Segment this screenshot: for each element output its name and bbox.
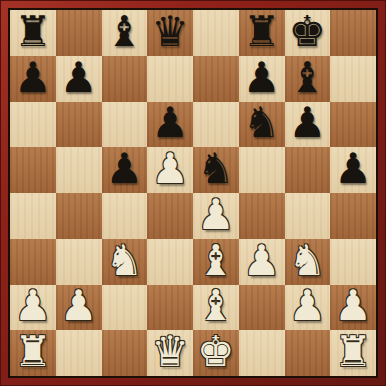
square-c2[interactable] [102,285,148,331]
square-a4[interactable] [10,193,56,239]
piece-white-pawn[interactable]: ♟ [56,285,102,331]
square-a8[interactable]: ♜ [10,10,56,56]
square-b6[interactable] [56,102,102,148]
piece-black-pawn[interactable]: ♟ [102,147,148,193]
square-a7[interactable]: ♟ [10,56,56,102]
square-h6[interactable] [330,102,376,148]
square-a2[interactable]: ♟ [10,285,56,331]
piece-white-bishop[interactable]: ♝ [193,239,239,285]
square-f4[interactable] [239,193,285,239]
piece-black-pawn[interactable]: ♟ [56,56,102,102]
square-g7[interactable]: ♝ [285,56,331,102]
square-c3[interactable]: ♞ [102,239,148,285]
square-c8[interactable]: ♝ [102,10,148,56]
square-h5[interactable]: ♟ [330,147,376,193]
piece-white-rook[interactable]: ♜ [10,330,56,376]
square-d3[interactable] [147,239,193,285]
square-b5[interactable] [56,147,102,193]
piece-black-knight[interactable]: ♞ [239,102,285,148]
piece-black-pawn[interactable]: ♟ [147,102,193,148]
piece-black-bishop[interactable]: ♝ [102,10,148,56]
piece-white-pawn[interactable]: ♟ [285,285,331,331]
square-h1[interactable]: ♜ [330,330,376,376]
piece-black-pawn[interactable]: ♟ [10,56,56,102]
piece-black-queen[interactable]: ♛ [147,10,193,56]
square-e3[interactable]: ♝ [193,239,239,285]
square-d6[interactable]: ♟ [147,102,193,148]
square-d8[interactable]: ♛ [147,10,193,56]
piece-white-knight[interactable]: ♞ [285,239,331,285]
square-h4[interactable] [330,193,376,239]
square-f2[interactable] [239,285,285,331]
square-d7[interactable] [147,56,193,102]
square-d1[interactable]: ♛ [147,330,193,376]
square-b7[interactable]: ♟ [56,56,102,102]
square-b8[interactable] [56,10,102,56]
square-g8[interactable]: ♚ [285,10,331,56]
square-e2[interactable]: ♝ [193,285,239,331]
piece-white-pawn[interactable]: ♟ [330,285,376,331]
piece-white-knight[interactable]: ♞ [102,239,148,285]
square-f1[interactable] [239,330,285,376]
square-b1[interactable] [56,330,102,376]
square-e6[interactable] [193,102,239,148]
piece-white-bishop[interactable]: ♝ [193,285,239,331]
piece-white-pawn[interactable]: ♟ [10,285,56,331]
piece-black-pawn[interactable]: ♟ [330,147,376,193]
square-d2[interactable] [147,285,193,331]
square-h3[interactable] [330,239,376,285]
square-g4[interactable] [285,193,331,239]
square-a6[interactable] [10,102,56,148]
square-b4[interactable] [56,193,102,239]
square-g2[interactable]: ♟ [285,285,331,331]
square-a5[interactable] [10,147,56,193]
square-g3[interactable]: ♞ [285,239,331,285]
square-a1[interactable]: ♜ [10,330,56,376]
board-frame: ♜♝♛♜♚♟♟♟♝♟♞♟♟♟♞♟♟♞♝♟♞♟♟♝♟♟♜♛♚♜ [0,0,386,386]
piece-white-king[interactable]: ♚ [193,330,239,376]
piece-white-pawn[interactable]: ♟ [147,147,193,193]
piece-white-pawn[interactable]: ♟ [193,193,239,239]
square-f3[interactable]: ♟ [239,239,285,285]
square-g6[interactable]: ♟ [285,102,331,148]
square-b3[interactable] [56,239,102,285]
square-d4[interactable] [147,193,193,239]
square-e7[interactable] [193,56,239,102]
piece-black-rook[interactable]: ♜ [239,10,285,56]
square-h7[interactable] [330,56,376,102]
square-e8[interactable] [193,10,239,56]
square-b2[interactable]: ♟ [56,285,102,331]
square-d5[interactable]: ♟ [147,147,193,193]
square-f5[interactable] [239,147,285,193]
piece-black-king[interactable]: ♚ [285,10,331,56]
square-a3[interactable] [10,239,56,285]
square-g5[interactable] [285,147,331,193]
square-f7[interactable]: ♟ [239,56,285,102]
piece-white-pawn[interactable]: ♟ [239,239,285,285]
square-c4[interactable] [102,193,148,239]
piece-black-bishop[interactable]: ♝ [285,56,331,102]
square-c7[interactable] [102,56,148,102]
square-c6[interactable] [102,102,148,148]
square-e5[interactable]: ♞ [193,147,239,193]
chess-board: ♜♝♛♜♚♟♟♟♝♟♞♟♟♟♞♟♟♞♝♟♞♟♟♝♟♟♜♛♚♜ [8,8,378,378]
square-e1[interactable]: ♚ [193,330,239,376]
piece-black-rook[interactable]: ♜ [10,10,56,56]
piece-white-queen[interactable]: ♛ [147,330,193,376]
piece-black-pawn[interactable]: ♟ [239,56,285,102]
square-c1[interactable] [102,330,148,376]
square-e4[interactable]: ♟ [193,193,239,239]
piece-black-knight[interactable]: ♞ [193,147,239,193]
piece-black-pawn[interactable]: ♟ [285,102,331,148]
chess-app-window: ♜♝♛♜♚♟♟♟♝♟♞♟♟♟♞♟♟♞♝♟♞♟♟♝♟♟♜♛♚♜ [0,0,386,386]
square-h8[interactable] [330,10,376,56]
square-g1[interactable] [285,330,331,376]
square-f8[interactable]: ♜ [239,10,285,56]
square-f6[interactable]: ♞ [239,102,285,148]
piece-white-rook[interactable]: ♜ [330,330,376,376]
square-c5[interactable]: ♟ [102,147,148,193]
square-h2[interactable]: ♟ [330,285,376,331]
